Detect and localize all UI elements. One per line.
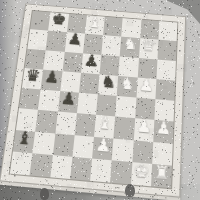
white-rook[interactable]: ♜ <box>151 160 172 184</box>
white-bishop[interactable]: ♝ <box>94 112 115 135</box>
square-g1[interactable]: ♚ <box>130 162 151 186</box>
square-d4[interactable] <box>77 93 98 115</box>
square-b1[interactable] <box>30 153 53 177</box>
white-knight[interactable]: ♞ <box>117 72 137 94</box>
square-d1[interactable] <box>70 157 92 181</box>
white-pawn[interactable]: ♟ <box>136 74 156 96</box>
square-d6[interactable]: ♟ <box>81 53 102 74</box>
white-king[interactable]: ♚ <box>131 158 152 182</box>
square-b5[interactable]: ♟ <box>41 69 62 91</box>
white-bishop[interactable]: ♝ <box>85 12 105 32</box>
square-f3[interactable] <box>114 117 135 140</box>
square-f5[interactable]: ♞ <box>117 76 137 98</box>
square-g7[interactable]: ♛ <box>139 38 159 59</box>
square-b7[interactable] <box>46 31 67 52</box>
black-pawn[interactable]: ♟ <box>58 88 79 110</box>
captured-piece-blob <box>125 184 135 197</box>
square-c7[interactable]: ♟ <box>64 32 84 53</box>
square-f4[interactable] <box>115 96 136 118</box>
square-e8[interactable] <box>103 17 123 37</box>
square-c3[interactable] <box>55 112 77 135</box>
chess-board: ♚♝♟♞♛♟♛♟♞♞♟♟♝♟♟♝♟♚♜ <box>9 10 179 189</box>
square-f7[interactable]: ♞ <box>120 37 140 58</box>
white-pawn[interactable]: ♟ <box>153 117 174 140</box>
square-g3[interactable]: ♟ <box>133 118 154 141</box>
black-knight[interactable]: ♞ <box>98 71 119 92</box>
white-knight[interactable]: ♞ <box>120 34 140 54</box>
black-pawn[interactable]: ♟ <box>81 50 101 71</box>
square-c1[interactable] <box>50 155 72 179</box>
square-e2[interactable]: ♟ <box>92 136 114 160</box>
square-d3[interactable] <box>74 113 95 136</box>
captured-piece-blob <box>40 188 49 200</box>
square-h5[interactable] <box>155 79 175 101</box>
square-h7[interactable] <box>157 40 176 61</box>
square-d5[interactable] <box>79 73 100 95</box>
square-e1[interactable] <box>90 158 112 182</box>
chess-board-frame: ♚♝♟♞♛♟♛♟♞♞♟♟♝♟♟♝♟♚♜ <box>0 3 186 197</box>
chess-photo-scene: ♚♝♟♞♛♟♛♟♞♞♟♟♝♟♟♝♟♚♜ <box>0 0 200 200</box>
square-g5[interactable]: ♟ <box>136 77 156 99</box>
square-b2[interactable] <box>33 131 55 155</box>
square-c6[interactable] <box>62 51 83 72</box>
square-f1[interactable] <box>110 160 132 184</box>
square-h1[interactable]: ♜ <box>151 164 172 189</box>
white-pawn[interactable]: ♟ <box>92 133 114 156</box>
black-pawn[interactable]: ♟ <box>41 66 62 87</box>
square-b8[interactable]: ♚ <box>48 12 68 32</box>
square-d8[interactable]: ♝ <box>85 15 105 35</box>
square-h6[interactable] <box>156 59 176 80</box>
square-f2[interactable] <box>112 138 133 162</box>
square-e7[interactable] <box>101 35 121 56</box>
square-c4[interactable]: ♟ <box>57 91 78 113</box>
white-queen[interactable]: ♛ <box>139 35 159 55</box>
square-b4[interactable] <box>38 89 60 111</box>
square-h3[interactable]: ♟ <box>153 120 174 143</box>
square-b3[interactable] <box>35 110 57 133</box>
square-d2[interactable] <box>72 135 94 159</box>
square-c2[interactable] <box>52 133 74 157</box>
white-pawn[interactable]: ♟ <box>134 115 155 138</box>
black-king[interactable]: ♚ <box>49 9 69 29</box>
square-e5[interactable]: ♞ <box>98 74 119 96</box>
square-h8[interactable] <box>158 21 177 41</box>
black-pawn[interactable]: ♟ <box>65 29 85 49</box>
